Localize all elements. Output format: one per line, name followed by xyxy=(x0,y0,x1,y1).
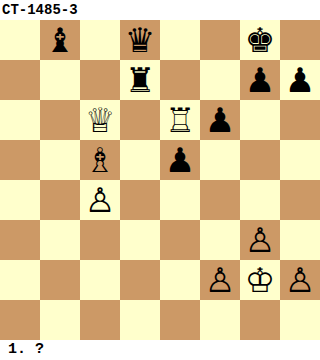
square-g2[interactable]: ♔ xyxy=(240,260,280,300)
square-e3[interactable] xyxy=(160,220,200,260)
square-b4[interactable] xyxy=(40,180,80,220)
square-a3[interactable] xyxy=(0,220,40,260)
square-d4[interactable] xyxy=(120,180,160,220)
square-h3[interactable] xyxy=(280,220,320,260)
piece-white-pawn: ♙ xyxy=(240,220,280,260)
square-c8[interactable] xyxy=(80,20,120,60)
square-b6[interactable] xyxy=(40,100,80,140)
piece-white-pawn: ♙ xyxy=(200,260,240,300)
square-e2[interactable] xyxy=(160,260,200,300)
square-e7[interactable] xyxy=(160,60,200,100)
square-c2[interactable] xyxy=(80,260,120,300)
square-c5[interactable]: ♗ xyxy=(80,140,120,180)
square-g7[interactable]: ♟ xyxy=(240,60,280,100)
piece-black-bishop: ♝ xyxy=(40,20,80,60)
chess-board[interactable]: ♝♛♚♜♟♟♕♖♟♗♟♙♙♙♔♙ xyxy=(0,20,320,340)
square-f6[interactable]: ♟ xyxy=(200,100,240,140)
square-a8[interactable] xyxy=(0,20,40,60)
square-e8[interactable] xyxy=(160,20,200,60)
square-c7[interactable] xyxy=(80,60,120,100)
piece-black-king: ♚ xyxy=(240,20,280,60)
puzzle-id-label: CT-1485-3 xyxy=(0,0,320,20)
square-f4[interactable] xyxy=(200,180,240,220)
square-a7[interactable] xyxy=(0,60,40,100)
square-a6[interactable] xyxy=(0,100,40,140)
square-a4[interactable] xyxy=(0,180,40,220)
square-e4[interactable] xyxy=(160,180,200,220)
square-h8[interactable] xyxy=(280,20,320,60)
square-a2[interactable] xyxy=(0,260,40,300)
square-b7[interactable] xyxy=(40,60,80,100)
square-f8[interactable] xyxy=(200,20,240,60)
square-d8[interactable]: ♛ xyxy=(120,20,160,60)
square-b5[interactable] xyxy=(40,140,80,180)
piece-white-pawn: ♙ xyxy=(280,260,320,300)
piece-black-queen: ♛ xyxy=(120,20,160,60)
square-g6[interactable] xyxy=(240,100,280,140)
square-d7[interactable]: ♜ xyxy=(120,60,160,100)
square-f1[interactable] xyxy=(200,300,240,340)
square-b2[interactable] xyxy=(40,260,80,300)
piece-black-pawn: ♟ xyxy=(160,140,200,180)
square-c6[interactable]: ♕ xyxy=(80,100,120,140)
square-e5[interactable]: ♟ xyxy=(160,140,200,180)
move-prompt-label: 1. ? xyxy=(0,340,320,360)
piece-white-pawn: ♙ xyxy=(80,180,120,220)
square-h1[interactable] xyxy=(280,300,320,340)
square-d5[interactable] xyxy=(120,140,160,180)
piece-white-rook: ♖ xyxy=(160,100,200,140)
square-g1[interactable] xyxy=(240,300,280,340)
piece-black-pawn: ♟ xyxy=(200,100,240,140)
square-d3[interactable] xyxy=(120,220,160,260)
square-h5[interactable] xyxy=(280,140,320,180)
piece-black-pawn: ♟ xyxy=(280,60,320,100)
square-b8[interactable]: ♝ xyxy=(40,20,80,60)
square-f2[interactable]: ♙ xyxy=(200,260,240,300)
square-c3[interactable] xyxy=(80,220,120,260)
square-d2[interactable] xyxy=(120,260,160,300)
square-d1[interactable] xyxy=(120,300,160,340)
square-g4[interactable] xyxy=(240,180,280,220)
square-a1[interactable] xyxy=(0,300,40,340)
piece-white-king: ♔ xyxy=(240,260,280,300)
piece-black-rook: ♜ xyxy=(120,60,160,100)
square-a5[interactable] xyxy=(0,140,40,180)
square-h2[interactable]: ♙ xyxy=(280,260,320,300)
square-h4[interactable] xyxy=(280,180,320,220)
square-f7[interactable] xyxy=(200,60,240,100)
square-g5[interactable] xyxy=(240,140,280,180)
piece-white-bishop: ♗ xyxy=(80,140,120,180)
square-f3[interactable] xyxy=(200,220,240,260)
square-e6[interactable]: ♖ xyxy=(160,100,200,140)
square-e1[interactable] xyxy=(160,300,200,340)
square-g8[interactable]: ♚ xyxy=(240,20,280,60)
square-f5[interactable] xyxy=(200,140,240,180)
square-h7[interactable]: ♟ xyxy=(280,60,320,100)
square-c4[interactable]: ♙ xyxy=(80,180,120,220)
square-b3[interactable] xyxy=(40,220,80,260)
chess-puzzle-page: CT-1485-3 ♝♛♚♜♟♟♕♖♟♗♟♙♙♙♔♙ 1. ? xyxy=(0,0,320,360)
piece-black-pawn: ♟ xyxy=(240,60,280,100)
square-d6[interactable] xyxy=(120,100,160,140)
square-b1[interactable] xyxy=(40,300,80,340)
square-h6[interactable] xyxy=(280,100,320,140)
square-g3[interactable]: ♙ xyxy=(240,220,280,260)
square-c1[interactable] xyxy=(80,300,120,340)
piece-white-queen: ♕ xyxy=(80,100,120,140)
